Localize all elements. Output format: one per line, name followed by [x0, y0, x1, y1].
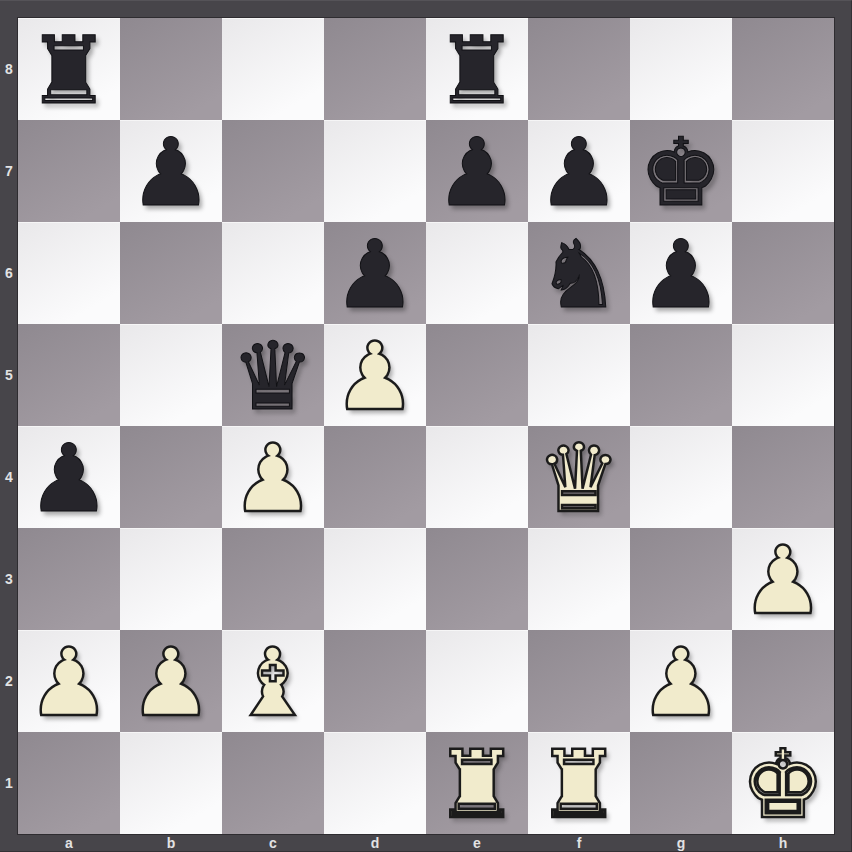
square-g5[interactable] — [630, 324, 732, 426]
white-pawn[interactable]: ♟ — [639, 636, 723, 730]
rank-label-8: 8 — [0, 18, 18, 120]
square-b4[interactable] — [120, 426, 222, 528]
rank-label-5: 5 — [0, 324, 18, 426]
white-queen[interactable]: ♛ — [537, 432, 621, 526]
square-h4[interactable] — [732, 426, 834, 528]
file-label-d: d — [324, 834, 426, 852]
square-c5[interactable]: ♛ — [222, 324, 324, 426]
square-c6[interactable] — [222, 222, 324, 324]
square-g3[interactable] — [630, 528, 732, 630]
square-h5[interactable] — [732, 324, 834, 426]
square-c3[interactable] — [222, 528, 324, 630]
black-pawn[interactable]: ♟ — [537, 126, 621, 220]
black-pawn[interactable]: ♟ — [435, 126, 519, 220]
black-king[interactable]: ♚ — [639, 126, 723, 220]
white-rook[interactable]: ♜ — [435, 738, 519, 832]
white-pawn[interactable]: ♟ — [27, 636, 111, 730]
file-label-a: a — [18, 834, 120, 852]
square-h3[interactable]: ♟ — [732, 528, 834, 630]
square-f3[interactable] — [528, 528, 630, 630]
square-h6[interactable] — [732, 222, 834, 324]
square-h7[interactable] — [732, 120, 834, 222]
square-a5[interactable] — [18, 324, 120, 426]
file-label-h: h — [732, 834, 834, 852]
square-c7[interactable] — [222, 120, 324, 222]
square-c4[interactable]: ♟ — [222, 426, 324, 528]
file-label-e: e — [426, 834, 528, 852]
square-e5[interactable] — [426, 324, 528, 426]
rank-label-3: 3 — [0, 528, 18, 630]
square-f2[interactable] — [528, 630, 630, 732]
square-b8[interactable] — [120, 18, 222, 120]
black-pawn[interactable]: ♟ — [639, 228, 723, 322]
square-g7[interactable]: ♚ — [630, 120, 732, 222]
white-rook[interactable]: ♜ — [537, 738, 621, 832]
square-a1[interactable] — [18, 732, 120, 834]
black-rook[interactable]: ♜ — [435, 24, 519, 118]
square-f1[interactable]: ♜ — [528, 732, 630, 834]
square-e3[interactable] — [426, 528, 528, 630]
square-f5[interactable] — [528, 324, 630, 426]
square-h2[interactable] — [732, 630, 834, 732]
chess-board: ♜♜♟♟♟♚♟♞♟♛♟♟♟♛♟♟♟♝♟♜♜♚ — [18, 18, 834, 834]
square-g2[interactable]: ♟ — [630, 630, 732, 732]
black-pawn[interactable]: ♟ — [129, 126, 213, 220]
square-h1[interactable]: ♚ — [732, 732, 834, 834]
file-label-f: f — [528, 834, 630, 852]
square-b6[interactable] — [120, 222, 222, 324]
square-a6[interactable] — [18, 222, 120, 324]
black-queen[interactable]: ♛ — [231, 330, 315, 424]
square-f6[interactable]: ♞ — [528, 222, 630, 324]
white-pawn[interactable]: ♟ — [129, 636, 213, 730]
square-g1[interactable] — [630, 732, 732, 834]
square-b1[interactable] — [120, 732, 222, 834]
square-f7[interactable]: ♟ — [528, 120, 630, 222]
square-e4[interactable] — [426, 426, 528, 528]
square-c1[interactable] — [222, 732, 324, 834]
square-a7[interactable] — [18, 120, 120, 222]
square-g6[interactable]: ♟ — [630, 222, 732, 324]
square-a4[interactable]: ♟ — [18, 426, 120, 528]
square-e7[interactable]: ♟ — [426, 120, 528, 222]
rank-label-7: 7 — [0, 120, 18, 222]
file-label-g: g — [630, 834, 732, 852]
black-pawn[interactable]: ♟ — [333, 228, 417, 322]
square-b2[interactable]: ♟ — [120, 630, 222, 732]
square-f8[interactable] — [528, 18, 630, 120]
square-d7[interactable] — [324, 120, 426, 222]
square-d8[interactable] — [324, 18, 426, 120]
square-e1[interactable]: ♜ — [426, 732, 528, 834]
rank-label-4: 4 — [0, 426, 18, 528]
square-e6[interactable] — [426, 222, 528, 324]
square-b3[interactable] — [120, 528, 222, 630]
square-b5[interactable] — [120, 324, 222, 426]
square-a3[interactable] — [18, 528, 120, 630]
square-g8[interactable] — [630, 18, 732, 120]
white-king[interactable]: ♚ — [741, 738, 825, 832]
square-d4[interactable] — [324, 426, 426, 528]
square-c8[interactable] — [222, 18, 324, 120]
square-d6[interactable]: ♟ — [324, 222, 426, 324]
black-pawn[interactable]: ♟ — [27, 432, 111, 526]
square-d3[interactable] — [324, 528, 426, 630]
rank-label-2: 2 — [0, 630, 18, 732]
square-d5[interactable]: ♟ — [324, 324, 426, 426]
square-e2[interactable] — [426, 630, 528, 732]
black-rook[interactable]: ♜ — [27, 24, 111, 118]
square-h8[interactable] — [732, 18, 834, 120]
rank-label-1: 1 — [0, 732, 18, 834]
square-f4[interactable]: ♛ — [528, 426, 630, 528]
square-e8[interactable]: ♜ — [426, 18, 528, 120]
file-label-b: b — [120, 834, 222, 852]
square-g4[interactable] — [630, 426, 732, 528]
file-label-c: c — [222, 834, 324, 852]
white-pawn[interactable]: ♟ — [741, 534, 825, 628]
white-pawn[interactable]: ♟ — [333, 330, 417, 424]
white-bishop[interactable]: ♝ — [231, 636, 315, 730]
square-c2[interactable]: ♝ — [222, 630, 324, 732]
square-d2[interactable] — [324, 630, 426, 732]
black-knight[interactable]: ♞ — [537, 228, 621, 322]
white-pawn[interactable]: ♟ — [231, 432, 315, 526]
rank-label-6: 6 — [0, 222, 18, 324]
chess-board-frame: ♜♜♟♟♟♚♟♞♟♛♟♟♟♛♟♟♟♝♟♜♜♚ 87654321abcdefgh — [0, 0, 852, 852]
square-b7[interactable]: ♟ — [120, 120, 222, 222]
square-d1[interactable] — [324, 732, 426, 834]
square-a2[interactable]: ♟ — [18, 630, 120, 732]
square-a8[interactable]: ♜ — [18, 18, 120, 120]
